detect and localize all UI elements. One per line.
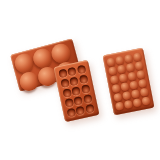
mold-small-dome (103, 48, 155, 116)
product-photo (0, 0, 160, 160)
mold-cell (84, 103, 95, 115)
bump-cavity (141, 97, 150, 106)
mold-cell (141, 96, 151, 107)
cavity-cavity (85, 104, 94, 113)
mold-medium-cavity (54, 60, 100, 122)
